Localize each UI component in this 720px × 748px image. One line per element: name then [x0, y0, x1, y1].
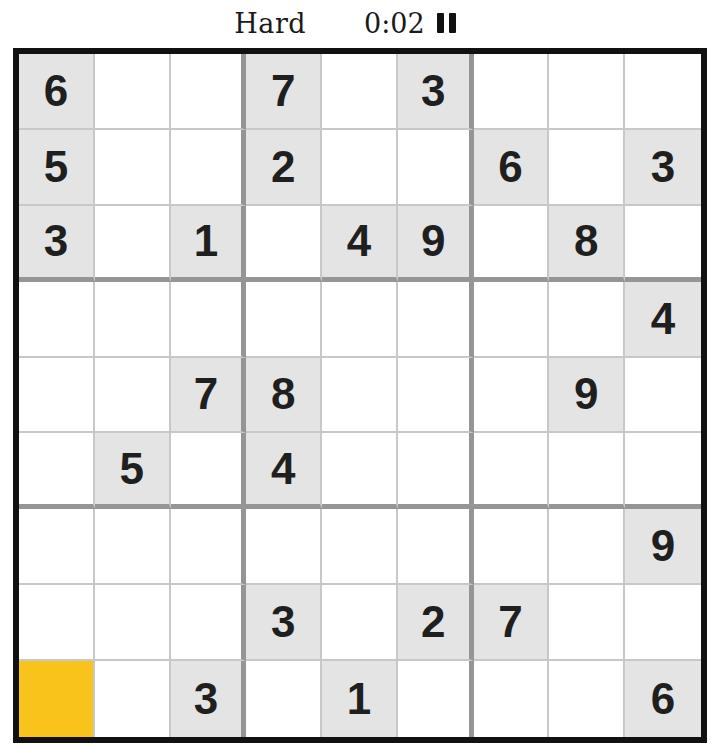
- sudoku-cell-r6c4[interactable]: 4: [246, 433, 322, 509]
- sudoku-cell-r6c2[interactable]: 5: [95, 433, 171, 509]
- sudoku-cell-r3c2[interactable]: [95, 206, 171, 282]
- sudoku-cell-r6c1[interactable]: [19, 433, 95, 509]
- sudoku-cell-r3c6[interactable]: 9: [398, 206, 474, 282]
- sudoku-cell-r5c7[interactable]: [474, 358, 550, 434]
- sudoku-cell-r6c3[interactable]: [171, 433, 247, 509]
- sudoku-cell-r1c6[interactable]: 3: [398, 54, 474, 130]
- sudoku-cell-r8c6[interactable]: 2: [398, 585, 474, 661]
- sudoku-cell-r3c8[interactable]: 8: [549, 206, 625, 282]
- sudoku-cell-r1c5[interactable]: [322, 54, 398, 130]
- pause-icon: [449, 13, 456, 33]
- sudoku-cell-r5c5[interactable]: [322, 358, 398, 434]
- sudoku-cell-r7c5[interactable]: [322, 509, 398, 585]
- sudoku-cell-r1c7[interactable]: [474, 54, 550, 130]
- sudoku-cell-r9c3[interactable]: 3: [171, 661, 247, 737]
- sudoku-cell-r7c1[interactable]: [19, 509, 95, 585]
- sudoku-cell-r1c3[interactable]: [171, 54, 247, 130]
- sudoku-cell-r8c9[interactable]: [625, 585, 701, 661]
- sudoku-cell-r3c9[interactable]: [625, 206, 701, 282]
- sudoku-cell-r4c5[interactable]: [322, 282, 398, 358]
- sudoku-cell-r8c7[interactable]: 7: [474, 585, 550, 661]
- sudoku-cell-r4c3[interactable]: [171, 282, 247, 358]
- timer-value: 0:02: [364, 8, 425, 39]
- sudoku-cell-r8c8[interactable]: [549, 585, 625, 661]
- pause-icon: [437, 13, 444, 33]
- difficulty-label: Hard: [234, 8, 306, 39]
- sudoku-cell-r5c1[interactable]: [19, 358, 95, 434]
- timer-group: 0:02: [364, 8, 458, 39]
- sudoku-cell-r1c8[interactable]: [549, 54, 625, 130]
- sudoku-cell-r7c9[interactable]: 9: [625, 509, 701, 585]
- sudoku-cell-r9c1[interactable]: [19, 661, 95, 737]
- sudoku-cell-r5c6[interactable]: [398, 358, 474, 434]
- sudoku-cell-r2c5[interactable]: [322, 130, 398, 206]
- sudoku-cell-r9c9[interactable]: 6: [625, 661, 701, 737]
- sudoku-cell-r4c7[interactable]: [474, 282, 550, 358]
- sudoku-cell-r2c4[interactable]: 2: [246, 130, 322, 206]
- sudoku-cell-r3c5[interactable]: 4: [322, 206, 398, 282]
- sudoku-cell-r7c3[interactable]: [171, 509, 247, 585]
- sudoku-cell-r4c2[interactable]: [95, 282, 171, 358]
- sudoku-cell-r2c7[interactable]: 6: [474, 130, 550, 206]
- sudoku-cell-r8c2[interactable]: [95, 585, 171, 661]
- sudoku-cell-r5c4[interactable]: 8: [246, 358, 322, 434]
- sudoku-cell-r4c9[interactable]: 4: [625, 282, 701, 358]
- sudoku-board: 6735263314984789549327316: [13, 48, 707, 743]
- sudoku-cell-r4c8[interactable]: [549, 282, 625, 358]
- sudoku-cell-r3c3[interactable]: 1: [171, 206, 247, 282]
- sudoku-cell-r8c1[interactable]: [19, 585, 95, 661]
- sudoku-cell-r4c1[interactable]: [19, 282, 95, 358]
- sudoku-cell-r2c2[interactable]: [95, 130, 171, 206]
- sudoku-cell-r6c8[interactable]: [549, 433, 625, 509]
- sudoku-cell-r6c7[interactable]: [474, 433, 550, 509]
- sudoku-cell-r5c2[interactable]: [95, 358, 171, 434]
- sudoku-cell-r1c1[interactable]: 6: [19, 54, 95, 130]
- sudoku-cell-r9c2[interactable]: [95, 661, 171, 737]
- sudoku-cell-r3c7[interactable]: [474, 206, 550, 282]
- sudoku-cell-r5c3[interactable]: 7: [171, 358, 247, 434]
- sudoku-cell-r9c5[interactable]: 1: [322, 661, 398, 737]
- sudoku-cell-r3c4[interactable]: [246, 206, 322, 282]
- sudoku-cell-r2c9[interactable]: 3: [625, 130, 701, 206]
- sudoku-cell-r9c7[interactable]: [474, 661, 550, 737]
- sudoku-cell-r3c1[interactable]: 3: [19, 206, 95, 282]
- pause-button[interactable]: [435, 11, 458, 35]
- sudoku-cell-r8c5[interactable]: [322, 585, 398, 661]
- sudoku-cell-r6c6[interactable]: [398, 433, 474, 509]
- sudoku-cell-r2c6[interactable]: [398, 130, 474, 206]
- sudoku-cell-r2c3[interactable]: [171, 130, 247, 206]
- sudoku-cell-r6c5[interactable]: [322, 433, 398, 509]
- sudoku-cell-r1c9[interactable]: [625, 54, 701, 130]
- sudoku-cell-r5c8[interactable]: 9: [549, 358, 625, 434]
- sudoku-cell-r9c6[interactable]: [398, 661, 474, 737]
- sudoku-cell-r7c7[interactable]: [474, 509, 550, 585]
- sudoku-cell-r4c4[interactable]: [246, 282, 322, 358]
- sudoku-cell-r6c9[interactable]: [625, 433, 701, 509]
- sudoku-cell-r7c4[interactable]: [246, 509, 322, 585]
- sudoku-cell-r9c8[interactable]: [549, 661, 625, 737]
- sudoku-cell-r2c1[interactable]: 5: [19, 130, 95, 206]
- sudoku-cell-r2c8[interactable]: [549, 130, 625, 206]
- sudoku-cell-r8c3[interactable]: [171, 585, 247, 661]
- sudoku-cell-r8c4[interactable]: 3: [246, 585, 322, 661]
- sudoku-cell-r1c2[interactable]: [95, 54, 171, 130]
- sudoku-cell-r7c2[interactable]: [95, 509, 171, 585]
- header: Hard 0:02: [0, 0, 706, 46]
- sudoku-cell-r9c4[interactable]: [246, 661, 322, 737]
- sudoku-cell-r4c6[interactable]: [398, 282, 474, 358]
- sudoku-cell-r7c6[interactable]: [398, 509, 474, 585]
- sudoku-cell-r7c8[interactable]: [549, 509, 625, 585]
- sudoku-cell-r1c4[interactable]: 7: [246, 54, 322, 130]
- sudoku-cell-r5c9[interactable]: [625, 358, 701, 434]
- sudoku-app: Hard 0:02 6735263314984789549327316: [0, 0, 720, 748]
